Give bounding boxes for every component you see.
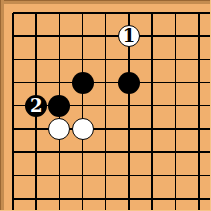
black-stone — [72, 72, 94, 94]
intersection-c6-r0[interactable] — [141, 1, 164, 24]
intersection-c5-r4[interactable] — [117, 94, 140, 117]
board-edge-left — [0, 0, 4, 211]
intersection-c8-r2[interactable] — [187, 48, 211, 71]
intersection-c4-r6[interactable] — [94, 141, 117, 164]
board-edge-bottom-highlight — [0, 210, 211, 211]
intersection-c3-r1[interactable] — [71, 25, 94, 48]
intersection-c0-r5[interactable] — [1, 117, 24, 140]
white-stone: 1 — [118, 25, 140, 47]
board-grid: 12 — [1, 1, 211, 211]
intersection-c0-r6[interactable] — [1, 141, 24, 164]
black-stone: 2 — [25, 95, 47, 117]
intersection-c8-r7[interactable] — [187, 164, 211, 187]
intersection-c6-r5[interactable] — [141, 117, 164, 140]
intersection-c8-r6[interactable] — [187, 141, 211, 164]
intersection-c5-r7[interactable] — [117, 164, 140, 187]
intersection-c0-r4[interactable] — [1, 94, 24, 117]
intersection-c6-r8[interactable] — [141, 187, 164, 211]
intersection-c8-r4[interactable] — [187, 94, 211, 117]
intersection-c3-r5[interactable] — [71, 117, 94, 140]
intersection-c2-r2[interactable] — [48, 48, 71, 71]
intersection-c3-r4[interactable] — [71, 94, 94, 117]
intersection-c7-r7[interactable] — [164, 164, 187, 187]
intersection-c2-r6[interactable] — [48, 141, 71, 164]
intersection-c4-r7[interactable] — [94, 164, 117, 187]
intersection-c2-r1[interactable] — [48, 25, 71, 48]
black-stone — [118, 72, 140, 94]
intersection-c0-r8[interactable] — [1, 187, 24, 211]
intersection-c5-r8[interactable] — [117, 187, 140, 211]
intersection-c1-r1[interactable] — [25, 25, 48, 48]
intersection-c4-r2[interactable] — [94, 48, 117, 71]
intersection-c0-r7[interactable] — [1, 164, 24, 187]
intersection-c5-r2[interactable] — [117, 48, 140, 71]
intersection-c4-r0[interactable] — [94, 1, 117, 24]
intersection-c2-r0[interactable] — [48, 1, 71, 24]
intersection-c8-r5[interactable] — [187, 117, 211, 140]
intersection-c8-r0[interactable] — [187, 1, 211, 24]
intersection-c3-r0[interactable] — [71, 1, 94, 24]
intersection-c2-r5[interactable] — [48, 117, 71, 140]
intersection-c3-r3[interactable] — [71, 71, 94, 94]
white-stone — [48, 118, 70, 140]
intersection-c0-r3[interactable] — [1, 71, 24, 94]
intersection-c0-r0[interactable] — [1, 1, 24, 24]
intersection-c6-r2[interactable] — [141, 48, 164, 71]
intersection-c8-r1[interactable] — [187, 25, 211, 48]
intersection-c5-r0[interactable] — [117, 1, 140, 24]
go-diagram: 12 — [0, 0, 211, 211]
intersection-c0-r2[interactable] — [1, 48, 24, 71]
intersection-c3-r2[interactable] — [71, 48, 94, 71]
intersection-c1-r5[interactable] — [25, 117, 48, 140]
intersection-c3-r7[interactable] — [71, 164, 94, 187]
intersection-c3-r6[interactable] — [71, 141, 94, 164]
white-stone — [72, 118, 94, 140]
go-board: 12 — [0, 0, 211, 211]
intersection-c6-r1[interactable] — [141, 25, 164, 48]
intersection-c7-r8[interactable] — [164, 187, 187, 211]
stone-label: 1 — [123, 27, 136, 45]
intersection-c4-r3[interactable] — [94, 71, 117, 94]
intersection-c5-r3[interactable] — [117, 71, 140, 94]
stone-label: 2 — [30, 97, 43, 115]
intersection-c7-r3[interactable] — [164, 71, 187, 94]
intersection-c6-r4[interactable] — [141, 94, 164, 117]
intersection-c7-r4[interactable] — [164, 94, 187, 117]
intersection-c6-r6[interactable] — [141, 141, 164, 164]
intersection-c3-r8[interactable] — [71, 187, 94, 211]
black-stone — [48, 95, 70, 117]
intersection-c5-r6[interactable] — [117, 141, 140, 164]
intersection-c7-r0[interactable] — [164, 1, 187, 24]
intersection-c0-r1[interactable] — [1, 25, 24, 48]
intersection-c2-r3[interactable] — [48, 71, 71, 94]
intersection-c8-r3[interactable] — [187, 71, 211, 94]
intersection-c4-r5[interactable] — [94, 117, 117, 140]
board-edge-top — [0, 0, 211, 4]
intersection-c7-r5[interactable] — [164, 117, 187, 140]
board-edge-right-highlight — [210, 0, 211, 211]
intersection-c1-r8[interactable] — [25, 187, 48, 211]
intersection-c7-r1[interactable] — [164, 25, 187, 48]
intersection-c4-r8[interactable] — [94, 187, 117, 211]
intersection-c7-r6[interactable] — [164, 141, 187, 164]
intersection-c2-r4[interactable] — [48, 94, 71, 117]
intersection-c1-r4[interactable]: 2 — [25, 94, 48, 117]
intersection-c5-r5[interactable] — [117, 117, 140, 140]
intersection-c4-r1[interactable] — [94, 25, 117, 48]
intersection-c4-r4[interactable] — [94, 94, 117, 117]
intersection-c8-r8[interactable] — [187, 187, 211, 211]
intersection-c2-r8[interactable] — [48, 187, 71, 211]
intersection-c1-r2[interactable] — [25, 48, 48, 71]
intersection-c1-r3[interactable] — [25, 71, 48, 94]
intersection-c1-r0[interactable] — [25, 1, 48, 24]
intersection-c1-r7[interactable] — [25, 164, 48, 187]
intersection-c1-r6[interactable] — [25, 141, 48, 164]
intersection-c5-r1[interactable]: 1 — [117, 25, 140, 48]
intersection-c6-r3[interactable] — [141, 71, 164, 94]
intersection-c2-r7[interactable] — [48, 164, 71, 187]
intersection-c7-r2[interactable] — [164, 48, 187, 71]
intersection-c6-r7[interactable] — [141, 164, 164, 187]
